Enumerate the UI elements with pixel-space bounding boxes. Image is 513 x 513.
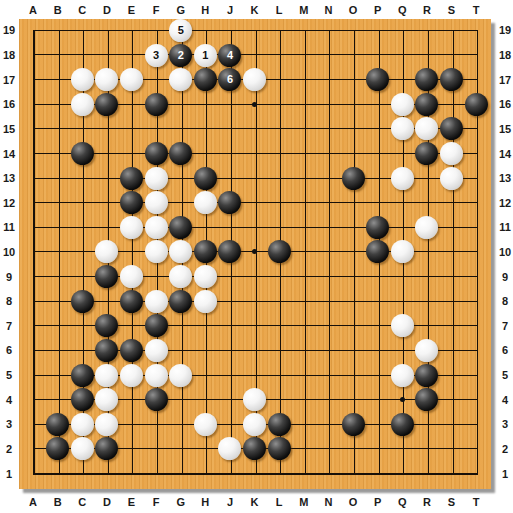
coordinate-label: J	[218, 495, 242, 509]
move-number-label: 6	[227, 74, 233, 85]
go-diagram-page: 532146 AABBCCDDEEFFGGHHJJKKLLMMNNOOPPQQR…	[0, 0, 513, 513]
coordinate-label: 7	[496, 319, 513, 333]
black-stone[interactable]	[169, 290, 192, 313]
coordinate-label: D	[95, 495, 119, 509]
black-stone[interactable]	[169, 216, 192, 239]
white-stone[interactable]	[194, 265, 217, 288]
black-stone[interactable]	[342, 167, 365, 190]
coordinate-label: 11	[496, 220, 513, 234]
white-stone[interactable]	[145, 339, 168, 362]
coordinate-label: 11	[0, 220, 18, 234]
move-number-label: 4	[227, 50, 233, 61]
move-number-label: 1	[202, 50, 208, 61]
coordinate-label: F	[144, 495, 168, 509]
white-stone[interactable]	[391, 314, 414, 337]
white-stone[interactable]	[145, 216, 168, 239]
black-stone[interactable]	[120, 167, 143, 190]
black-stone[interactable]	[366, 216, 389, 239]
coordinate-label: 16	[0, 97, 18, 111]
coordinate-label: 8	[0, 294, 18, 308]
coordinate-label: D	[95, 3, 119, 17]
coordinate-label: 9	[496, 270, 513, 284]
coordinate-label: P	[366, 495, 390, 509]
white-stone[interactable]	[391, 93, 414, 116]
black-stone[interactable]	[46, 413, 69, 436]
black-stone[interactable]	[71, 388, 94, 411]
coordinate-label: K	[243, 495, 267, 509]
coordinate-label: G	[169, 3, 193, 17]
coordinate-label: 13	[496, 171, 513, 185]
black-stone[interactable]	[440, 68, 463, 91]
black-stone[interactable]	[71, 290, 94, 313]
coordinate-label: 4	[496, 393, 513, 407]
black-stone[interactable]	[268, 437, 291, 460]
black-stone[interactable]	[268, 413, 291, 436]
black-stone[interactable]	[95, 93, 118, 116]
white-stone[interactable]	[120, 68, 143, 91]
coordinate-label: R	[415, 3, 439, 17]
white-stone[interactable]	[194, 290, 217, 313]
coordinate-label: A	[21, 495, 45, 509]
coordinate-label: M	[292, 3, 316, 17]
coordinate-label: 12	[496, 196, 513, 210]
white-stone[interactable]: 3	[145, 44, 168, 67]
coordinate-label: 8	[496, 294, 513, 308]
coordinate-label: L	[267, 3, 291, 17]
coordinate-label: 17	[0, 73, 18, 87]
coordinate-label: P	[366, 3, 390, 17]
white-stone[interactable]	[391, 167, 414, 190]
white-stone[interactable]	[145, 240, 168, 263]
coordinate-label: Q	[390, 3, 414, 17]
coordinate-label: 4	[0, 393, 18, 407]
coordinate-label: 3	[0, 417, 18, 431]
white-stone[interactable]	[145, 191, 168, 214]
coordinate-label: 5	[0, 368, 18, 382]
coordinate-label: B	[46, 3, 70, 17]
coordinate-label: O	[341, 495, 365, 509]
white-stone[interactable]	[145, 167, 168, 190]
black-stone[interactable]	[415, 364, 438, 387]
coordinate-label: F	[144, 3, 168, 17]
coordinate-label: 6	[496, 343, 513, 357]
coordinate-label: 2	[496, 442, 513, 456]
coordinate-label: 18	[496, 48, 513, 62]
black-stone[interactable]	[71, 142, 94, 165]
black-stone[interactable]	[342, 413, 365, 436]
coordinate-label: 15	[0, 122, 18, 136]
coordinate-label: 5	[496, 368, 513, 382]
coordinate-label: C	[70, 3, 94, 17]
coordinate-label: 10	[496, 245, 513, 259]
black-stone[interactable]	[120, 290, 143, 313]
coordinate-label: E	[119, 3, 143, 17]
coordinate-label: 17	[496, 73, 513, 87]
coordinate-label: 14	[496, 147, 513, 161]
coordinate-label: Q	[390, 495, 414, 509]
white-stone[interactable]: 5	[169, 19, 192, 42]
coordinate-label: 3	[496, 417, 513, 431]
white-stone[interactable]	[120, 216, 143, 239]
coordinate-label: 10	[0, 245, 18, 259]
black-stone[interactable]: 4	[218, 44, 241, 67]
star-point	[252, 102, 257, 107]
white-stone[interactable]	[391, 364, 414, 387]
black-stone[interactable]	[145, 93, 168, 116]
coordinate-label: 9	[0, 270, 18, 284]
coordinate-label: L	[267, 495, 291, 509]
coordinate-label: E	[119, 495, 143, 509]
white-stone[interactable]	[169, 364, 192, 387]
move-number-label: 5	[178, 25, 184, 36]
coordinate-label: K	[243, 3, 267, 17]
black-stone[interactable]	[415, 93, 438, 116]
black-stone[interactable]	[71, 364, 94, 387]
black-stone[interactable]	[120, 339, 143, 362]
coordinate-label: 14	[0, 147, 18, 161]
coordinate-label: 7	[0, 319, 18, 333]
coordinate-label: 18	[0, 48, 18, 62]
white-stone[interactable]: 1	[194, 44, 217, 67]
white-stone[interactable]	[71, 68, 94, 91]
black-stone[interactable]	[465, 93, 488, 116]
coordinate-label: 6	[0, 343, 18, 357]
coordinate-label: 13	[0, 171, 18, 185]
move-number-label: 3	[153, 50, 159, 61]
white-stone[interactable]	[243, 413, 266, 436]
coordinate-label: R	[415, 495, 439, 509]
coordinate-label: S	[440, 3, 464, 17]
coordinate-label: H	[193, 495, 217, 509]
white-stone[interactable]	[440, 142, 463, 165]
star-point	[400, 397, 405, 402]
white-stone[interactable]	[145, 290, 168, 313]
coordinate-label: J	[218, 3, 242, 17]
move-number-label: 2	[178, 50, 184, 61]
coordinate-label: 15	[496, 122, 513, 136]
coordinate-label: B	[46, 495, 70, 509]
white-stone[interactable]	[95, 364, 118, 387]
coordinate-label: T	[464, 3, 488, 17]
white-stone[interactable]	[194, 191, 217, 214]
coordinate-label: 1	[0, 467, 18, 481]
coordinate-label: T	[464, 495, 488, 509]
white-stone[interactable]	[120, 364, 143, 387]
black-stone[interactable]	[145, 314, 168, 337]
coordinate-label: 2	[0, 442, 18, 456]
coordinate-label: G	[169, 495, 193, 509]
coordinate-label: H	[193, 3, 217, 17]
coordinate-label: N	[316, 495, 340, 509]
coordinate-label: 19	[0, 23, 18, 37]
coordinate-label: O	[341, 3, 365, 17]
coordinate-label: M	[292, 495, 316, 509]
black-stone[interactable]: 2	[169, 44, 192, 67]
white-stone[interactable]	[71, 413, 94, 436]
black-stone[interactable]	[194, 68, 217, 91]
black-stone[interactable]	[145, 142, 168, 165]
white-stone[interactable]	[71, 93, 94, 116]
black-stone[interactable]	[194, 167, 217, 190]
coordinate-label: 1	[496, 467, 513, 481]
coordinate-label: S	[440, 495, 464, 509]
go-board[interactable]: 532146	[19, 19, 491, 489]
coordinate-label: 12	[0, 196, 18, 210]
coordinate-label: N	[316, 3, 340, 17]
coordinate-label: C	[70, 495, 94, 509]
black-stone[interactable]	[145, 388, 168, 411]
white-stone[interactable]	[194, 413, 217, 436]
black-stone[interactable]	[391, 413, 414, 436]
coordinate-label: 19	[496, 23, 513, 37]
coordinate-label: A	[21, 3, 45, 17]
white-stone[interactable]	[120, 265, 143, 288]
white-stone[interactable]	[440, 167, 463, 190]
coordinate-label: 16	[496, 97, 513, 111]
white-stone[interactable]	[145, 364, 168, 387]
